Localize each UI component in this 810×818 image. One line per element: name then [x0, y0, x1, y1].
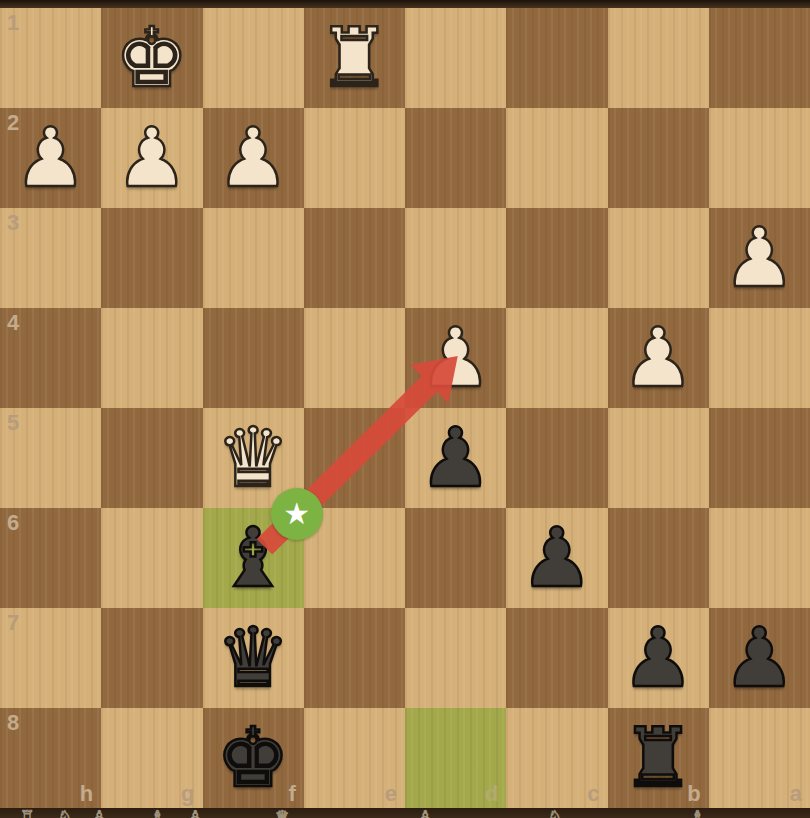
cutoff-piece-icon: ♗ [690, 809, 704, 818]
wood-grain-texture [304, 108, 405, 208]
wood-grain-texture [405, 108, 506, 208]
square-g6[interactable] [101, 508, 202, 608]
square-d7[interactable] [405, 608, 506, 708]
square-c7[interactable] [506, 608, 607, 708]
wood-grain-texture [405, 508, 506, 608]
wood-grain-texture [608, 108, 709, 208]
square-a6[interactable] [709, 508, 810, 608]
square-a2[interactable] [709, 108, 810, 208]
captured-pieces-strip: ♖♘♙♗♙♕♙♘♗ [0, 808, 810, 818]
square-g2[interactable]: ♟ [101, 108, 202, 208]
square-e7[interactable] [304, 608, 405, 708]
black-pawn[interactable]: ♟ [506, 508, 607, 608]
file-label-a: a [790, 781, 802, 807]
wood-grain-texture [405, 608, 506, 708]
wood-grain-texture [304, 208, 405, 308]
wood-grain-texture [101, 608, 202, 708]
wood-grain-texture [506, 408, 607, 508]
cutoff-piece-icon: ♙ [418, 809, 432, 818]
wood-grain-texture [506, 108, 607, 208]
square-g7[interactable] [101, 608, 202, 708]
black-pawn[interactable]: ♟ [405, 408, 506, 508]
square-h7[interactable]: 7 [0, 608, 101, 708]
wood-grain-texture [101, 408, 202, 508]
wood-grain-texture [203, 208, 304, 308]
black-pawn[interactable]: ♟ [608, 608, 709, 708]
square-c3[interactable] [506, 208, 607, 308]
square-e1[interactable]: ♜ [304, 8, 405, 108]
cutoff-piece-icon: ♖ [20, 809, 34, 818]
black-queen[interactable]: ♛ [203, 608, 304, 708]
square-c6[interactable]: ♟ [506, 508, 607, 608]
square-f7[interactable]: ♛ [203, 608, 304, 708]
square-b2[interactable] [608, 108, 709, 208]
square-f3[interactable] [203, 208, 304, 308]
rank-label-6: 6 [7, 510, 19, 536]
square-h4[interactable]: 4 [0, 308, 101, 408]
wood-grain-texture [506, 208, 607, 308]
chess-app-screenshot: 1♚♜2♟♟♟3♟4♟♟5♛♟6♝♟7♛♟♟8hgf♚edcb♜a ★ ♖♘♙♗… [0, 0, 810, 818]
square-c1[interactable] [506, 8, 607, 108]
square-g3[interactable] [101, 208, 202, 308]
cutoff-piece-icon: ♕ [275, 809, 289, 818]
wood-grain-texture [709, 408, 810, 508]
wood-grain-texture [709, 8, 810, 108]
square-d8[interactable]: d [405, 708, 506, 808]
square-f1[interactable] [203, 8, 304, 108]
square-g1[interactable]: ♚ [101, 8, 202, 108]
square-d6[interactable] [405, 508, 506, 608]
file-label-e: e [385, 781, 397, 807]
cutoff-piece-icon: ♘ [548, 809, 562, 818]
square-d1[interactable] [405, 8, 506, 108]
square-g4[interactable] [101, 308, 202, 408]
square-d3[interactable] [405, 208, 506, 308]
cutoff-piece-icon: ♗ [150, 809, 164, 818]
rank-label-5: 5 [7, 410, 19, 436]
square-g8[interactable]: g [101, 708, 202, 808]
file-label-b: b [687, 781, 700, 807]
square-b4[interactable]: ♟ [608, 308, 709, 408]
cutoff-piece-icon: ♙ [92, 809, 106, 818]
square-a5[interactable] [709, 408, 810, 508]
cutoff-piece-icon: ♙ [188, 809, 202, 818]
square-h5[interactable]: 5 [0, 408, 101, 508]
square-h6[interactable]: 6 [0, 508, 101, 608]
square-a7[interactable]: ♟ [709, 608, 810, 708]
square-b1[interactable] [608, 8, 709, 108]
rank-label-7: 7 [7, 610, 19, 636]
board-top-edge [0, 0, 810, 8]
square-g5[interactable] [101, 408, 202, 508]
star-icon: ★ [283, 499, 310, 529]
cutoff-piece-icon: ♘ [58, 809, 72, 818]
white-king[interactable]: ♚ [101, 8, 202, 108]
white-pawn[interactable]: ♟ [709, 208, 810, 308]
square-e5[interactable] [304, 408, 405, 508]
wood-grain-texture [405, 8, 506, 108]
square-a8[interactable]: a [709, 708, 810, 808]
wood-grain-texture [608, 208, 709, 308]
white-rook[interactable]: ♜ [304, 8, 405, 108]
wood-grain-texture [608, 508, 709, 608]
square-d5[interactable]: ♟ [405, 408, 506, 508]
wood-grain-texture [608, 8, 709, 108]
file-label-d: d [485, 781, 498, 807]
wood-grain-texture [101, 208, 202, 308]
wood-grain-texture [405, 208, 506, 308]
wood-grain-texture [304, 408, 405, 508]
file-label-h: h [80, 781, 93, 807]
file-label-g: g [181, 781, 194, 807]
square-f2[interactable]: ♟ [203, 108, 304, 208]
file-label-f: f [288, 781, 295, 807]
wood-grain-texture [608, 408, 709, 508]
chess-board: 1♚♜2♟♟♟3♟4♟♟5♛♟6♝♟7♛♟♟8hgf♚edcb♜a [0, 8, 810, 808]
square-c8[interactable]: c [506, 708, 607, 808]
wood-grain-texture [709, 508, 810, 608]
best-move-badge: ★ [271, 488, 323, 540]
wood-grain-texture [709, 108, 810, 208]
square-h8[interactable]: 8h [0, 708, 101, 808]
wood-grain-texture [101, 508, 202, 608]
black-pawn[interactable]: ♟ [709, 608, 810, 708]
wood-grain-texture [506, 8, 607, 108]
square-b7[interactable]: ♟ [608, 608, 709, 708]
file-label-c: c [587, 781, 599, 807]
square-e2[interactable] [304, 108, 405, 208]
square-b3[interactable] [608, 208, 709, 308]
white-pawn[interactable]: ♟ [203, 108, 304, 208]
square-h3[interactable]: 3 [0, 208, 101, 308]
square-e8[interactable]: e [304, 708, 405, 808]
wood-grain-texture [203, 308, 304, 408]
square-f4[interactable] [203, 308, 304, 408]
rank-label-1: 1 [7, 10, 19, 36]
square-c4[interactable] [506, 308, 607, 408]
white-pawn[interactable]: ♟ [405, 308, 506, 408]
wood-grain-texture [101, 308, 202, 408]
square-d4[interactable]: ♟ [405, 308, 506, 408]
square-b8[interactable]: b♜ [608, 708, 709, 808]
rank-label-8: 8 [7, 710, 19, 736]
square-d2[interactable] [405, 108, 506, 208]
square-e4[interactable] [304, 308, 405, 408]
square-f8[interactable]: f♚ [203, 708, 304, 808]
rank-label-2: 2 [7, 110, 19, 136]
white-pawn[interactable]: ♟ [608, 308, 709, 408]
rank-label-4: 4 [7, 310, 19, 336]
square-b6[interactable] [608, 508, 709, 608]
rank-label-3: 3 [7, 210, 19, 236]
square-a3[interactable]: ♟ [709, 208, 810, 308]
wood-grain-texture [304, 608, 405, 708]
square-h2[interactable]: 2♟ [0, 108, 101, 208]
wood-grain-texture [709, 308, 810, 408]
white-pawn[interactable]: ♟ [101, 108, 202, 208]
square-a4[interactable] [709, 308, 810, 408]
square-e3[interactable] [304, 208, 405, 308]
square-h1[interactable]: 1 [0, 8, 101, 108]
wood-grain-texture [506, 308, 607, 408]
wood-grain-texture [506, 608, 607, 708]
square-a1[interactable] [709, 8, 810, 108]
square-c5[interactable] [506, 408, 607, 508]
wood-grain-texture [203, 8, 304, 108]
square-b5[interactable] [608, 408, 709, 508]
square-c2[interactable] [506, 108, 607, 208]
wood-grain-texture [304, 308, 405, 408]
